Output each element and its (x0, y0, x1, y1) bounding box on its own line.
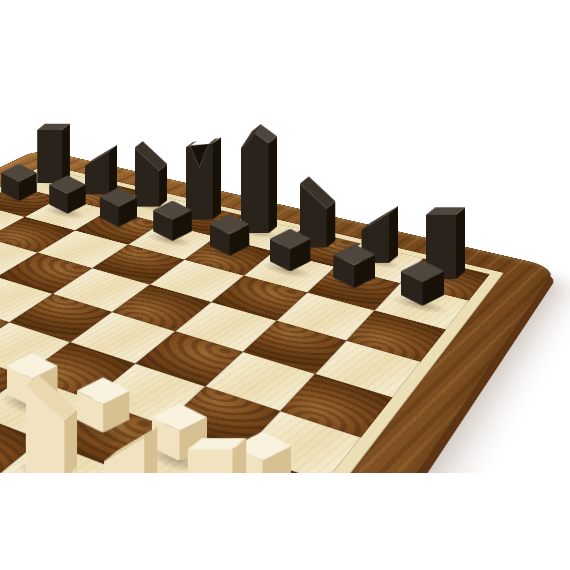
black-pawn-icon (269, 228, 310, 271)
black-pawn-icon (333, 244, 375, 288)
piece-black-pawn-b7[interactable] (49, 175, 86, 213)
piece-black-pawn-a7[interactable] (1, 164, 37, 201)
piece-black-pawn-f7[interactable] (269, 228, 310, 271)
piece-black-rook-a8[interactable] (37, 117, 70, 182)
piece-black-bishop-c8[interactable] (134, 138, 167, 207)
black-pawn-icon (1, 164, 37, 201)
chess-set-photo (0, 0, 570, 570)
black-rook-icon (37, 117, 70, 182)
piece-black-pawn-c7[interactable] (100, 187, 138, 226)
piece-black-pawn-e7[interactable] (210, 214, 250, 256)
piece-black-knight-b8[interactable] (85, 142, 117, 195)
black-pawn-icon (400, 260, 444, 305)
piece-black-pawn-h7[interactable] (400, 260, 444, 305)
image-crop-whitespace (0, 473, 570, 570)
white-king-icon (0, 290, 4, 448)
white-bishop-icon (26, 369, 77, 477)
black-pawn-icon (210, 214, 250, 256)
black-knight-icon (85, 142, 117, 195)
piece-black-pawn-d7[interactable] (153, 200, 192, 240)
piece-white-king-e1[interactable] (0, 290, 4, 448)
black-pawn-icon (49, 175, 86, 213)
black-pawn-icon (100, 187, 138, 226)
piece-black-pawn-g7[interactable] (333, 244, 375, 288)
black-bishop-icon (134, 138, 167, 207)
piece-white-bishop-f1[interactable] (26, 369, 77, 477)
black-pawn-icon (153, 200, 192, 240)
